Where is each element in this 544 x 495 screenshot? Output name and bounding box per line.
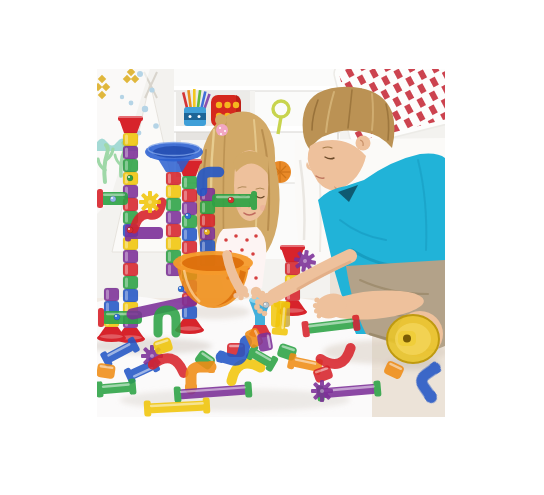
marble <box>228 197 234 203</box>
pencil-cup <box>184 107 206 126</box>
marble <box>127 227 133 233</box>
girl-blush <box>260 205 266 211</box>
toy-piece-purple <box>311 380 333 402</box>
boy-thumb <box>259 291 265 297</box>
marble <box>263 302 269 308</box>
product-photo <box>97 69 445 417</box>
marble <box>110 196 116 202</box>
toy-piece-yellow <box>139 191 161 213</box>
playroom-scene <box>97 69 445 417</box>
marble <box>114 314 120 320</box>
marble <box>127 175 133 181</box>
marble <box>204 229 210 235</box>
toy-piece-orange <box>97 363 116 379</box>
marble <box>185 213 191 219</box>
marble <box>178 286 184 292</box>
pink-scrunchie <box>216 124 228 136</box>
yellow-marble-wheel <box>387 315 439 363</box>
